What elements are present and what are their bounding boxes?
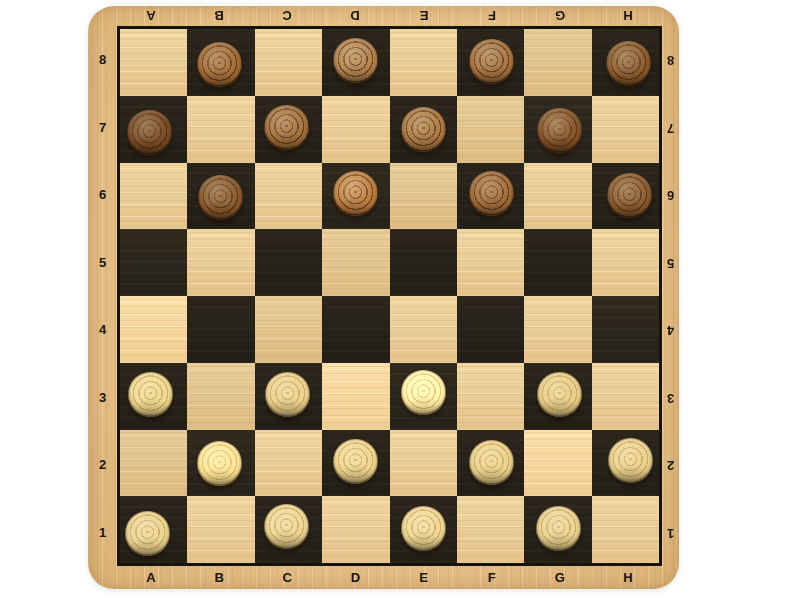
square-a1[interactable] [120, 496, 187, 563]
piece-light-e3[interactable] [401, 370, 446, 415]
square-h3[interactable] [592, 363, 659, 430]
file-label-bottom-b: B [185, 566, 253, 589]
square-b4[interactable] [187, 296, 254, 363]
rank-labels-left: 87654321 [88, 26, 117, 566]
piece-light-h2[interactable] [608, 438, 653, 483]
square-h8[interactable] [592, 29, 659, 96]
square-h4[interactable] [592, 296, 659, 363]
square-f1[interactable] [457, 496, 524, 563]
square-h2[interactable] [592, 430, 659, 497]
file-label-top-c: C [253, 6, 321, 26]
square-e7[interactable] [390, 96, 457, 163]
checkers-board: ABCDEFGH ABCDEFGH 87654321 87654321 [88, 6, 679, 589]
file-label-bottom-c: C [253, 566, 321, 589]
square-d3[interactable] [322, 363, 389, 430]
rank-label-right-2: 2 [662, 431, 679, 499]
square-c3[interactable] [255, 363, 322, 430]
piece-dark-g7[interactable] [537, 108, 582, 153]
piece-dark-d6[interactable] [333, 171, 378, 216]
square-f8[interactable] [457, 29, 524, 96]
square-a5[interactable] [120, 229, 187, 296]
square-g2[interactable] [524, 430, 591, 497]
piece-light-b2[interactable] [197, 441, 242, 486]
square-c6[interactable] [255, 163, 322, 230]
piece-dark-c7[interactable] [264, 105, 309, 150]
square-d8[interactable] [322, 29, 389, 96]
piece-light-c1[interactable] [264, 504, 309, 549]
rank-label-right-4: 4 [662, 296, 679, 364]
piece-light-c3[interactable] [265, 372, 310, 417]
square-g3[interactable] [524, 363, 591, 430]
rank-label-left-8: 8 [88, 26, 117, 94]
square-e4[interactable] [390, 296, 457, 363]
file-label-top-h: H [594, 6, 662, 26]
rank-label-left-1: 1 [88, 499, 117, 567]
square-c5[interactable] [255, 229, 322, 296]
photo-background: ABCDEFGH ABCDEFGH 87654321 87654321 [0, 0, 800, 599]
rank-label-right-6: 6 [662, 161, 679, 229]
square-f6[interactable] [457, 163, 524, 230]
rank-label-right-5: 5 [662, 229, 679, 297]
square-c4[interactable] [255, 296, 322, 363]
square-b2[interactable] [187, 430, 254, 497]
square-a7[interactable] [120, 96, 187, 163]
piece-dark-a7[interactable] [127, 110, 172, 155]
square-b3[interactable] [187, 363, 254, 430]
file-labels-bottom: ABCDEFGH [117, 566, 662, 589]
piece-light-e1[interactable] [401, 506, 446, 551]
piece-light-a3[interactable] [128, 372, 173, 417]
square-g8[interactable] [524, 29, 591, 96]
file-label-bottom-h: H [594, 566, 662, 589]
rank-label-left-5: 5 [88, 229, 117, 297]
square-c8[interactable] [255, 29, 322, 96]
square-e1[interactable] [390, 496, 457, 563]
square-f5[interactable] [457, 229, 524, 296]
square-g4[interactable] [524, 296, 591, 363]
piece-dark-b8[interactable] [197, 42, 242, 87]
rank-label-left-3: 3 [88, 364, 117, 432]
square-d2[interactable] [322, 430, 389, 497]
square-d4[interactable] [322, 296, 389, 363]
rank-label-right-3: 3 [662, 364, 679, 432]
rank-label-right-7: 7 [662, 94, 679, 162]
file-label-top-f: F [458, 6, 526, 26]
square-f7[interactable] [457, 96, 524, 163]
piece-dark-h8[interactable] [606, 41, 651, 86]
file-label-bottom-g: G [526, 566, 594, 589]
rank-labels-right: 87654321 [662, 26, 679, 566]
file-label-bottom-e: E [390, 566, 458, 589]
square-e6[interactable] [390, 163, 457, 230]
piece-dark-f8[interactable] [469, 39, 514, 84]
file-label-top-b: B [185, 6, 253, 26]
square-c2[interactable] [255, 430, 322, 497]
square-a8[interactable] [120, 29, 187, 96]
square-h7[interactable] [592, 96, 659, 163]
rank-label-left-7: 7 [88, 94, 117, 162]
square-b1[interactable] [187, 496, 254, 563]
piece-light-g3[interactable] [537, 372, 582, 417]
square-g7[interactable] [524, 96, 591, 163]
rank-label-left-6: 6 [88, 161, 117, 229]
piece-light-g1[interactable] [536, 506, 581, 551]
rank-label-right-1: 1 [662, 499, 679, 567]
square-e5[interactable] [390, 229, 457, 296]
square-f2[interactable] [457, 430, 524, 497]
piece-light-d2[interactable] [333, 439, 378, 484]
piece-light-a1[interactable] [125, 511, 170, 556]
square-c1[interactable] [255, 496, 322, 563]
square-d7[interactable] [322, 96, 389, 163]
file-label-top-a: A [117, 6, 185, 26]
square-f3[interactable] [457, 363, 524, 430]
file-label-top-e: E [390, 6, 458, 26]
piece-light-f2[interactable] [469, 440, 514, 485]
piece-dark-d8[interactable] [333, 38, 378, 83]
square-d6[interactable] [322, 163, 389, 230]
square-d5[interactable] [322, 229, 389, 296]
file-labels-top: ABCDEFGH [117, 6, 662, 26]
file-label-bottom-a: A [117, 566, 185, 589]
square-g6[interactable] [524, 163, 591, 230]
file-label-top-d: D [321, 6, 389, 26]
square-g5[interactable] [524, 229, 591, 296]
piece-dark-b6[interactable] [198, 175, 243, 220]
piece-dark-f6[interactable] [469, 171, 514, 216]
board-grid [117, 26, 662, 566]
square-b8[interactable] [187, 29, 254, 96]
square-f4[interactable] [457, 296, 524, 363]
square-a6[interactable] [120, 163, 187, 230]
square-h5[interactable] [592, 229, 659, 296]
rank-label-left-4: 4 [88, 296, 117, 364]
square-a2[interactable] [120, 430, 187, 497]
square-d1[interactable] [322, 496, 389, 563]
square-h1[interactable] [592, 496, 659, 563]
square-e8[interactable] [390, 29, 457, 96]
square-h6[interactable] [592, 163, 659, 230]
piece-dark-h6[interactable] [607, 173, 652, 218]
square-e3[interactable] [390, 363, 457, 430]
square-e2[interactable] [390, 430, 457, 497]
square-a3[interactable] [120, 363, 187, 430]
rank-label-left-2: 2 [88, 431, 117, 499]
square-g1[interactable] [524, 496, 591, 563]
square-c7[interactable] [255, 96, 322, 163]
rank-label-right-8: 8 [662, 26, 679, 94]
piece-dark-e7[interactable] [401, 107, 446, 152]
square-b7[interactable] [187, 96, 254, 163]
file-label-bottom-d: D [321, 566, 389, 589]
square-b5[interactable] [187, 229, 254, 296]
file-label-top-g: G [526, 6, 594, 26]
square-b6[interactable] [187, 163, 254, 230]
file-label-bottom-f: F [458, 566, 526, 589]
square-a4[interactable] [120, 296, 187, 363]
